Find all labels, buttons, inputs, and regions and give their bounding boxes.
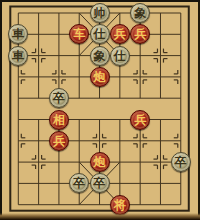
xiangqi-app-window: 帅象車仕車象仕卒卒卒卒车兵兵炮相兵兵炮将 xyxy=(0,0,200,220)
window-bottom-edge xyxy=(0,213,200,220)
piece-red-soldier[interactable]: 兵 xyxy=(49,131,69,151)
piece-character: 炮 xyxy=(94,70,106,82)
piece-olive-advisor[interactable]: 仕 xyxy=(110,46,130,66)
piece-character: 兵 xyxy=(114,28,126,40)
piece-character: 卒 xyxy=(94,177,106,189)
piece-red-elephant[interactable]: 相 xyxy=(49,110,69,130)
piece-character: 卒 xyxy=(53,92,65,104)
piece-character: 车 xyxy=(73,28,85,40)
piece-character: 帅 xyxy=(94,7,106,19)
piece-character: 仕 xyxy=(94,28,106,40)
piece-character: 仕 xyxy=(114,49,126,61)
piece-red-soldier[interactable]: 兵 xyxy=(130,110,150,130)
piece-character: 卒 xyxy=(73,177,85,189)
piece-character: 炮 xyxy=(94,156,106,168)
piece-olive-soldier[interactable]: 卒 xyxy=(171,152,191,172)
piece-red-cannon[interactable]: 炮 xyxy=(90,152,110,172)
piece-character: 将 xyxy=(114,198,126,210)
piece-olive-general[interactable]: 帅 xyxy=(90,3,110,23)
piece-character: 相 xyxy=(53,113,65,125)
piece-character: 兵 xyxy=(134,28,146,40)
piece-olive-chariot[interactable]: 車 xyxy=(8,46,28,66)
piece-olive-advisor[interactable]: 仕 xyxy=(90,24,110,44)
piece-olive-soldier[interactable]: 卒 xyxy=(49,88,69,108)
piece-character: 兵 xyxy=(134,113,146,125)
piece-character: 象 xyxy=(134,7,146,19)
piece-character: 車 xyxy=(12,28,24,40)
piece-character: 車 xyxy=(12,49,24,61)
piece-character: 兵 xyxy=(53,134,65,146)
piece-red-cannon[interactable]: 炮 xyxy=(90,67,110,87)
piece-olive-soldier[interactable]: 卒 xyxy=(90,173,110,193)
piece-character: 象 xyxy=(94,49,106,61)
piece-red-general[interactable]: 将 xyxy=(110,195,130,215)
piece-character: 卒 xyxy=(175,156,187,168)
piece-olive-elephant[interactable]: 象 xyxy=(90,46,110,66)
